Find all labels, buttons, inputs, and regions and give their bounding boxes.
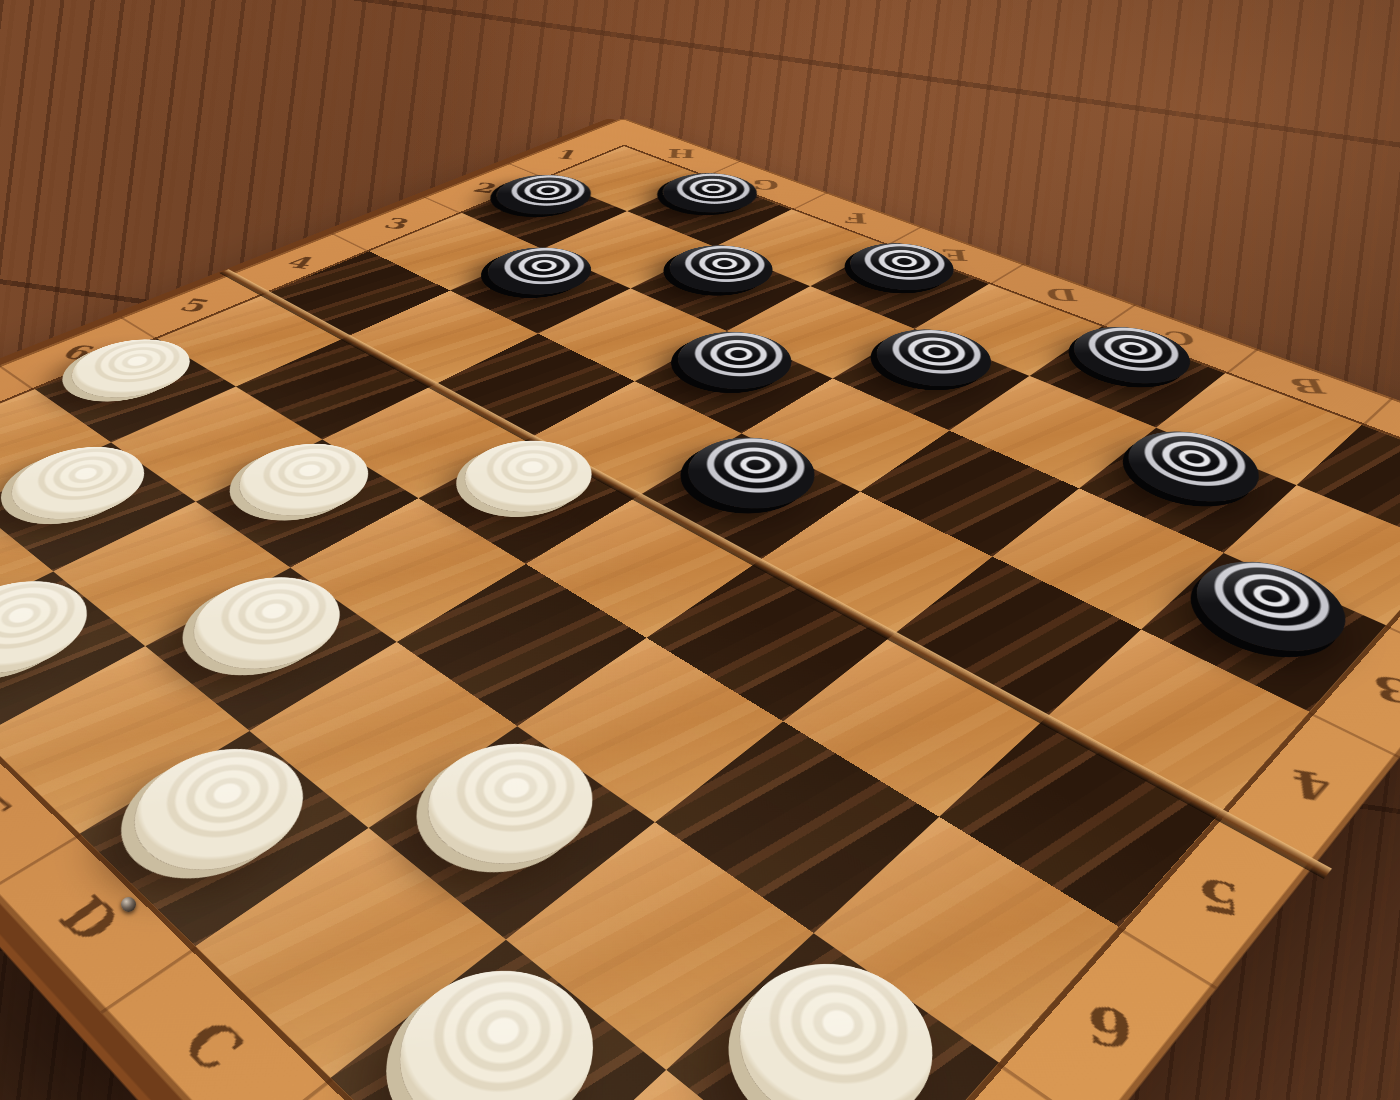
label-glyph: F	[844, 210, 869, 227]
hinge-pin	[121, 897, 136, 912]
label-glyph: D	[46, 885, 135, 952]
label-glyph: 6	[1087, 992, 1133, 1061]
label-glyph: B	[1286, 374, 1332, 398]
label-glyph: 1	[552, 147, 581, 162]
piece-black-man-d2[interactable]	[854, 318, 1013, 398]
label-glyph: 3	[1370, 667, 1400, 711]
piece-black-man-d4[interactable]	[662, 424, 840, 524]
label-glyph: 5	[174, 294, 215, 316]
label-glyph: H	[667, 146, 696, 160]
label-glyph: 4	[1289, 760, 1335, 810]
scene: HGFEDCBA HGFEDCBA 12345678 12345678	[0, 0, 1400, 1100]
label-glyph: 3	[380, 214, 415, 232]
label-glyph: D	[1044, 284, 1081, 304]
label-glyph: 4	[282, 252, 320, 272]
label-glyph: 5	[1196, 867, 1242, 925]
label-glyph: E	[0, 782, 24, 838]
label-glyph: C	[168, 1008, 259, 1085]
